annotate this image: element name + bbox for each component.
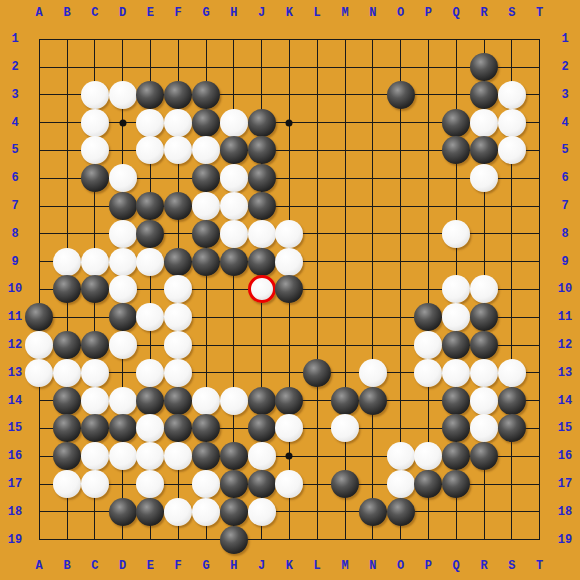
column-label-top: N	[369, 7, 376, 19]
row-label-right: 1	[561, 33, 568, 45]
black-stone	[331, 387, 359, 415]
column-label-bottom: C	[91, 560, 98, 572]
column-label-bottom: D	[119, 560, 126, 572]
black-stone	[414, 470, 442, 498]
white-stone	[192, 387, 220, 415]
black-stone	[136, 220, 164, 248]
column-label-top: H	[230, 7, 237, 19]
white-stone	[109, 387, 137, 415]
row-label-right: 7	[561, 200, 568, 212]
row-label-right: 15	[558, 422, 572, 434]
black-stone	[53, 275, 81, 303]
row-label-right: 2	[561, 61, 568, 73]
black-stone	[220, 526, 248, 554]
row-label-right: 14	[558, 395, 572, 407]
column-label-top: G	[202, 7, 209, 19]
black-stone	[220, 136, 248, 164]
row-label-right: 11	[558, 311, 572, 323]
black-stone	[81, 414, 109, 442]
black-stone	[164, 387, 192, 415]
black-stone	[359, 387, 387, 415]
black-stone	[220, 470, 248, 498]
black-stone	[220, 442, 248, 470]
white-stone	[25, 331, 53, 359]
white-stone	[164, 498, 192, 526]
white-stone	[414, 442, 442, 470]
row-label-left: 14	[8, 395, 22, 407]
white-stone	[359, 359, 387, 387]
black-stone	[192, 109, 220, 137]
white-stone	[470, 359, 498, 387]
black-stone	[248, 136, 276, 164]
row-label-right: 10	[558, 283, 572, 295]
white-stone	[498, 109, 526, 137]
white-stone	[136, 470, 164, 498]
white-stone	[275, 470, 303, 498]
black-stone	[192, 442, 220, 470]
white-stone	[109, 164, 137, 192]
row-label-left: 16	[8, 450, 22, 462]
white-stone	[331, 414, 359, 442]
white-stone	[109, 275, 137, 303]
grid-line-vertical	[539, 39, 540, 540]
white-stone	[470, 275, 498, 303]
column-label-top: S	[508, 7, 515, 19]
column-label-bottom: R	[480, 560, 487, 572]
black-stone	[470, 136, 498, 164]
black-stone	[248, 387, 276, 415]
column-label-bottom: E	[147, 560, 154, 572]
column-label-top: J	[258, 7, 265, 19]
white-stone	[164, 109, 192, 137]
row-label-left: 12	[8, 339, 22, 351]
white-stone	[164, 275, 192, 303]
black-stone	[136, 81, 164, 109]
column-label-top: D	[119, 7, 126, 19]
column-label-top: Q	[453, 7, 460, 19]
column-label-top: K	[286, 7, 293, 19]
white-stone	[164, 303, 192, 331]
row-label-right: 19	[558, 534, 572, 546]
row-label-left: 13	[8, 367, 22, 379]
column-label-bottom: P	[425, 560, 432, 572]
row-label-left: 1	[11, 33, 18, 45]
grid-line-vertical	[372, 39, 373, 540]
black-stone	[331, 470, 359, 498]
column-label-top: A	[36, 7, 43, 19]
white-stone	[136, 109, 164, 137]
white-stone	[192, 136, 220, 164]
row-label-left: 4	[11, 117, 18, 129]
row-label-left: 9	[11, 256, 18, 268]
black-stone	[192, 414, 220, 442]
white-stone	[220, 192, 248, 220]
white-stone	[414, 331, 442, 359]
white-stone	[470, 164, 498, 192]
black-stone	[109, 192, 137, 220]
black-stone	[109, 303, 137, 331]
black-stone	[81, 275, 109, 303]
black-stone	[81, 331, 109, 359]
white-stone	[192, 470, 220, 498]
row-label-left: 18	[8, 506, 22, 518]
white-stone	[220, 109, 248, 137]
row-label-left: 15	[8, 422, 22, 434]
column-label-top: O	[397, 7, 404, 19]
column-label-top: T	[536, 7, 543, 19]
column-label-bottom: T	[536, 560, 543, 572]
white-stone	[470, 109, 498, 137]
black-stone	[136, 498, 164, 526]
row-label-right: 4	[561, 117, 568, 129]
black-stone	[192, 220, 220, 248]
row-label-right: 17	[558, 478, 572, 490]
white-stone	[136, 442, 164, 470]
black-stone	[442, 331, 470, 359]
black-stone	[136, 387, 164, 415]
column-label-top: P	[425, 7, 432, 19]
white-stone	[81, 470, 109, 498]
black-stone	[275, 275, 303, 303]
white-stone	[81, 359, 109, 387]
white-stone	[109, 442, 137, 470]
star-point	[286, 119, 293, 126]
white-stone	[248, 442, 276, 470]
white-stone	[81, 109, 109, 137]
row-label-right: 18	[558, 506, 572, 518]
white-stone	[164, 331, 192, 359]
black-stone	[248, 164, 276, 192]
black-stone	[275, 387, 303, 415]
column-label-top: R	[480, 7, 487, 19]
grid-line-horizontal	[39, 539, 540, 540]
white-stone	[387, 442, 415, 470]
black-stone	[359, 498, 387, 526]
white-stone	[81, 248, 109, 276]
black-stone	[192, 164, 220, 192]
white-stone	[442, 359, 470, 387]
black-stone	[109, 498, 137, 526]
black-stone	[53, 442, 81, 470]
row-label-right: 16	[558, 450, 572, 462]
go-board[interactable]: AABBCCDDEEFFGGHHJJKKLLMMNNOOPPQQRRSSTT11…	[0, 0, 580, 580]
white-stone	[136, 359, 164, 387]
white-stone	[498, 81, 526, 109]
white-stone	[81, 442, 109, 470]
black-stone	[136, 192, 164, 220]
column-label-bottom: O	[397, 560, 404, 572]
black-stone	[109, 414, 137, 442]
white-stone	[53, 248, 81, 276]
white-stone	[275, 220, 303, 248]
black-stone	[442, 442, 470, 470]
white-stone	[275, 248, 303, 276]
black-stone	[470, 53, 498, 81]
star-point	[286, 453, 293, 460]
black-stone	[470, 303, 498, 331]
white-stone	[81, 136, 109, 164]
column-label-bottom: K	[286, 560, 293, 572]
white-stone	[136, 414, 164, 442]
black-stone	[470, 442, 498, 470]
white-stone	[275, 414, 303, 442]
row-label-left: 11	[8, 311, 22, 323]
column-label-bottom: N	[369, 560, 376, 572]
row-label-left: 19	[8, 534, 22, 546]
black-stone	[164, 248, 192, 276]
column-label-bottom: B	[63, 560, 70, 572]
black-stone	[248, 414, 276, 442]
column-label-top: F	[175, 7, 182, 19]
white-stone	[470, 387, 498, 415]
white-stone	[248, 220, 276, 248]
white-stone	[136, 248, 164, 276]
row-label-left: 3	[11, 89, 18, 101]
black-stone	[470, 81, 498, 109]
white-stone	[53, 359, 81, 387]
row-label-right: 3	[561, 89, 568, 101]
black-stone	[442, 470, 470, 498]
black-stone	[248, 109, 276, 137]
black-stone	[164, 192, 192, 220]
black-stone	[220, 498, 248, 526]
grid-line-vertical	[317, 39, 318, 540]
black-stone	[220, 248, 248, 276]
column-label-bottom: L	[314, 560, 321, 572]
white-stone	[136, 136, 164, 164]
black-stone	[470, 331, 498, 359]
black-stone	[53, 331, 81, 359]
white-stone	[109, 220, 137, 248]
white-stone	[109, 248, 137, 276]
column-label-bottom: A	[36, 560, 43, 572]
black-stone	[53, 387, 81, 415]
white-stone	[220, 220, 248, 248]
column-label-bottom: F	[175, 560, 182, 572]
black-stone	[248, 470, 276, 498]
white-stone	[220, 387, 248, 415]
star-point	[119, 119, 126, 126]
column-label-bottom: H	[230, 560, 237, 572]
row-label-left: 5	[11, 144, 18, 156]
column-label-bottom: G	[202, 560, 209, 572]
black-stone	[192, 248, 220, 276]
column-label-top: B	[63, 7, 70, 19]
row-label-right: 5	[561, 144, 568, 156]
black-stone	[303, 359, 331, 387]
last-move-stone-marker	[248, 275, 276, 303]
white-stone	[442, 220, 470, 248]
row-label-left: 6	[11, 172, 18, 184]
column-label-top: E	[147, 7, 154, 19]
white-stone	[164, 442, 192, 470]
black-stone	[498, 414, 526, 442]
black-stone	[53, 414, 81, 442]
black-stone	[387, 81, 415, 109]
black-stone	[442, 109, 470, 137]
white-stone	[442, 275, 470, 303]
white-stone	[164, 136, 192, 164]
column-label-top: C	[91, 7, 98, 19]
white-stone	[25, 359, 53, 387]
white-stone	[387, 470, 415, 498]
black-stone	[248, 192, 276, 220]
column-label-top: M	[341, 7, 348, 19]
white-stone	[109, 81, 137, 109]
grid-line-vertical	[345, 39, 346, 540]
white-stone	[498, 359, 526, 387]
row-label-right: 9	[561, 256, 568, 268]
black-stone	[387, 498, 415, 526]
black-stone	[442, 387, 470, 415]
row-label-right: 6	[561, 172, 568, 184]
black-stone	[442, 136, 470, 164]
black-stone	[192, 81, 220, 109]
white-stone	[136, 303, 164, 331]
white-stone	[442, 303, 470, 331]
white-stone	[81, 387, 109, 415]
row-label-right: 8	[561, 228, 568, 240]
row-label-right: 12	[558, 339, 572, 351]
row-label-right: 13	[558, 367, 572, 379]
white-stone	[192, 498, 220, 526]
black-stone	[414, 303, 442, 331]
black-stone	[164, 81, 192, 109]
black-stone	[442, 414, 470, 442]
black-stone	[25, 303, 53, 331]
black-stone	[498, 387, 526, 415]
black-stone	[81, 164, 109, 192]
white-stone	[164, 359, 192, 387]
column-label-top: L	[314, 7, 321, 19]
white-stone	[220, 164, 248, 192]
column-label-bottom: Q	[453, 560, 460, 572]
column-label-bottom: S	[508, 560, 515, 572]
white-stone	[192, 192, 220, 220]
white-stone	[498, 136, 526, 164]
row-label-left: 2	[11, 61, 18, 73]
column-label-bottom: J	[258, 560, 265, 572]
black-stone	[248, 248, 276, 276]
row-label-left: 7	[11, 200, 18, 212]
white-stone	[81, 81, 109, 109]
white-stone	[470, 414, 498, 442]
row-label-left: 17	[8, 478, 22, 490]
white-stone	[109, 331, 137, 359]
column-label-bottom: M	[341, 560, 348, 572]
row-label-left: 10	[8, 283, 22, 295]
white-stone	[414, 359, 442, 387]
black-stone	[164, 414, 192, 442]
white-stone	[248, 498, 276, 526]
white-stone	[53, 470, 81, 498]
row-label-left: 8	[11, 228, 18, 240]
